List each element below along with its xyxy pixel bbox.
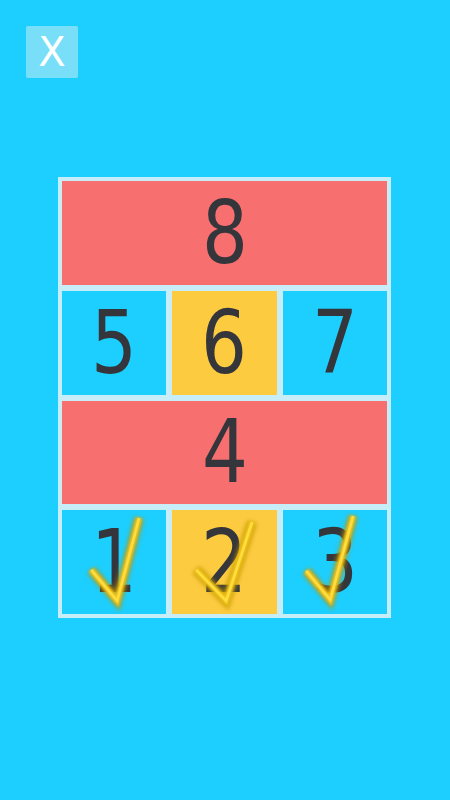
game-screen: X 8 5 6 7 4 1 2	[0, 0, 450, 800]
cell-number: 1	[91, 518, 137, 606]
cell-number: 7	[312, 299, 358, 387]
cell-number: 2	[202, 518, 248, 606]
cell-number: 8	[202, 189, 248, 277]
cell-3[interactable]: 3	[283, 510, 387, 614]
puzzle-grid: 8 5 6 7 4 1 2	[58, 177, 391, 618]
cell-6[interactable]: 6	[172, 291, 276, 395]
close-button[interactable]: X	[26, 26, 78, 78]
cell-8[interactable]: 8	[62, 181, 387, 285]
cell-7[interactable]: 7	[283, 291, 387, 395]
cell-2[interactable]: 2	[172, 510, 276, 614]
cell-number: 6	[202, 299, 248, 387]
cell-1[interactable]: 1	[62, 510, 166, 614]
cell-number: 3	[312, 518, 358, 606]
cell-number: 5	[91, 299, 137, 387]
cell-number: 4	[202, 408, 248, 496]
cell-4[interactable]: 4	[62, 401, 387, 505]
cell-5[interactable]: 5	[62, 291, 166, 395]
